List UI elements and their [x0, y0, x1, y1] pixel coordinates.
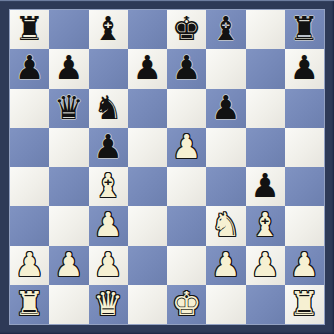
square-g4[interactable]: ♟ — [246, 167, 285, 206]
square-h2[interactable]: ♟ — [285, 246, 324, 285]
square-c7[interactable] — [89, 49, 128, 88]
square-b3[interactable] — [49, 206, 88, 245]
square-c4[interactable]: ♝ — [89, 167, 128, 206]
piece-black-pawn[interactable]: ♟ — [93, 128, 123, 166]
square-e6[interactable] — [167, 89, 206, 128]
square-d7[interactable]: ♟ — [128, 49, 167, 88]
square-b8[interactable] — [49, 10, 88, 49]
square-g6[interactable] — [246, 89, 285, 128]
piece-black-pawn[interactable]: ♟ — [133, 49, 163, 87]
square-f8[interactable]: ♝ — [206, 10, 245, 49]
square-c3[interactable]: ♟ — [89, 206, 128, 245]
square-a8[interactable]: ♜ — [10, 10, 49, 49]
piece-white-pawn[interactable]: ♟ — [172, 128, 202, 166]
square-d5[interactable] — [128, 128, 167, 167]
square-h6[interactable] — [285, 89, 324, 128]
square-d3[interactable] — [128, 206, 167, 245]
square-g5[interactable] — [246, 128, 285, 167]
square-b6[interactable]: ♛ — [49, 89, 88, 128]
square-f7[interactable] — [206, 49, 245, 88]
piece-black-knight[interactable]: ♞ — [93, 89, 123, 127]
square-g8[interactable] — [246, 10, 285, 49]
square-b5[interactable] — [49, 128, 88, 167]
square-d4[interactable] — [128, 167, 167, 206]
square-e8[interactable]: ♚ — [167, 10, 206, 49]
square-a7[interactable]: ♟ — [10, 49, 49, 88]
piece-black-pawn[interactable]: ♟ — [172, 49, 202, 87]
square-f6[interactable]: ♟ — [206, 89, 245, 128]
piece-black-pawn[interactable]: ♟ — [290, 49, 320, 87]
piece-white-pawn[interactable]: ♟ — [290, 246, 320, 284]
square-b7[interactable]: ♟ — [49, 49, 88, 88]
square-c6[interactable]: ♞ — [89, 89, 128, 128]
square-g7[interactable] — [246, 49, 285, 88]
piece-black-rook[interactable]: ♜ — [15, 10, 45, 48]
square-e7[interactable]: ♟ — [167, 49, 206, 88]
square-h5[interactable] — [285, 128, 324, 167]
square-c8[interactable]: ♝ — [89, 10, 128, 49]
piece-black-queen[interactable]: ♛ — [54, 89, 84, 127]
piece-white-pawn[interactable]: ♟ — [250, 246, 280, 284]
square-h3[interactable] — [285, 206, 324, 245]
square-a4[interactable] — [10, 167, 49, 206]
square-a1[interactable]: ♜ — [10, 285, 49, 324]
square-g1[interactable] — [246, 285, 285, 324]
square-f5[interactable] — [206, 128, 245, 167]
square-a3[interactable] — [10, 206, 49, 245]
square-d8[interactable] — [128, 10, 167, 49]
piece-black-pawn[interactable]: ♟ — [211, 89, 241, 127]
square-c1[interactable]: ♛ — [89, 285, 128, 324]
square-b1[interactable] — [49, 285, 88, 324]
piece-black-bishop[interactable]: ♝ — [211, 10, 241, 48]
piece-white-pawn[interactable]: ♟ — [93, 206, 123, 244]
piece-white-pawn[interactable]: ♟ — [211, 246, 241, 284]
piece-white-knight[interactable]: ♞ — [211, 206, 241, 244]
piece-black-rook[interactable]: ♜ — [290, 10, 320, 48]
piece-white-rook[interactable]: ♜ — [15, 285, 45, 323]
chess-board: ♜♝♚♝♜♟♟♟♟♟♛♞♟♟♟♝♟♟♞♝♟♟♟♟♟♟♜♛♚♜ — [10, 10, 324, 324]
square-g3[interactable]: ♝ — [246, 206, 285, 245]
piece-white-queen[interactable]: ♛ — [93, 285, 123, 323]
square-d1[interactable] — [128, 285, 167, 324]
piece-black-pawn[interactable]: ♟ — [15, 49, 45, 87]
square-b4[interactable] — [49, 167, 88, 206]
square-h1[interactable]: ♜ — [285, 285, 324, 324]
square-f4[interactable] — [206, 167, 245, 206]
piece-white-pawn[interactable]: ♟ — [93, 246, 123, 284]
square-d2[interactable] — [128, 246, 167, 285]
piece-white-pawn[interactable]: ♟ — [15, 246, 45, 284]
square-b2[interactable]: ♟ — [49, 246, 88, 285]
square-e3[interactable] — [167, 206, 206, 245]
square-h8[interactable]: ♜ — [285, 10, 324, 49]
square-f3[interactable]: ♞ — [206, 206, 245, 245]
square-h4[interactable] — [285, 167, 324, 206]
square-e2[interactable] — [167, 246, 206, 285]
piece-white-king[interactable]: ♚ — [172, 285, 202, 323]
piece-black-king[interactable]: ♚ — [172, 10, 202, 48]
square-g2[interactable]: ♟ — [246, 246, 285, 285]
square-e1[interactable]: ♚ — [167, 285, 206, 324]
square-c2[interactable]: ♟ — [89, 246, 128, 285]
square-e5[interactable]: ♟ — [167, 128, 206, 167]
piece-white-bishop[interactable]: ♝ — [250, 206, 280, 244]
piece-black-pawn[interactable]: ♟ — [54, 49, 84, 87]
square-c5[interactable]: ♟ — [89, 128, 128, 167]
square-a2[interactable]: ♟ — [10, 246, 49, 285]
square-f2[interactable]: ♟ — [206, 246, 245, 285]
square-d6[interactable] — [128, 89, 167, 128]
square-e4[interactable] — [167, 167, 206, 206]
piece-black-bishop[interactable]: ♝ — [93, 10, 123, 48]
square-f1[interactable] — [206, 285, 245, 324]
board-frame: ♜♝♚♝♜♟♟♟♟♟♛♞♟♟♟♝♟♟♞♝♟♟♟♟♟♟♜♛♚♜ — [0, 0, 334, 334]
piece-white-bishop[interactable]: ♝ — [93, 167, 123, 205]
square-h7[interactable]: ♟ — [285, 49, 324, 88]
piece-white-rook[interactable]: ♜ — [290, 285, 320, 323]
piece-black-pawn[interactable]: ♟ — [250, 167, 280, 205]
piece-white-pawn[interactable]: ♟ — [54, 246, 84, 284]
square-a5[interactable] — [10, 128, 49, 167]
square-a6[interactable] — [10, 89, 49, 128]
